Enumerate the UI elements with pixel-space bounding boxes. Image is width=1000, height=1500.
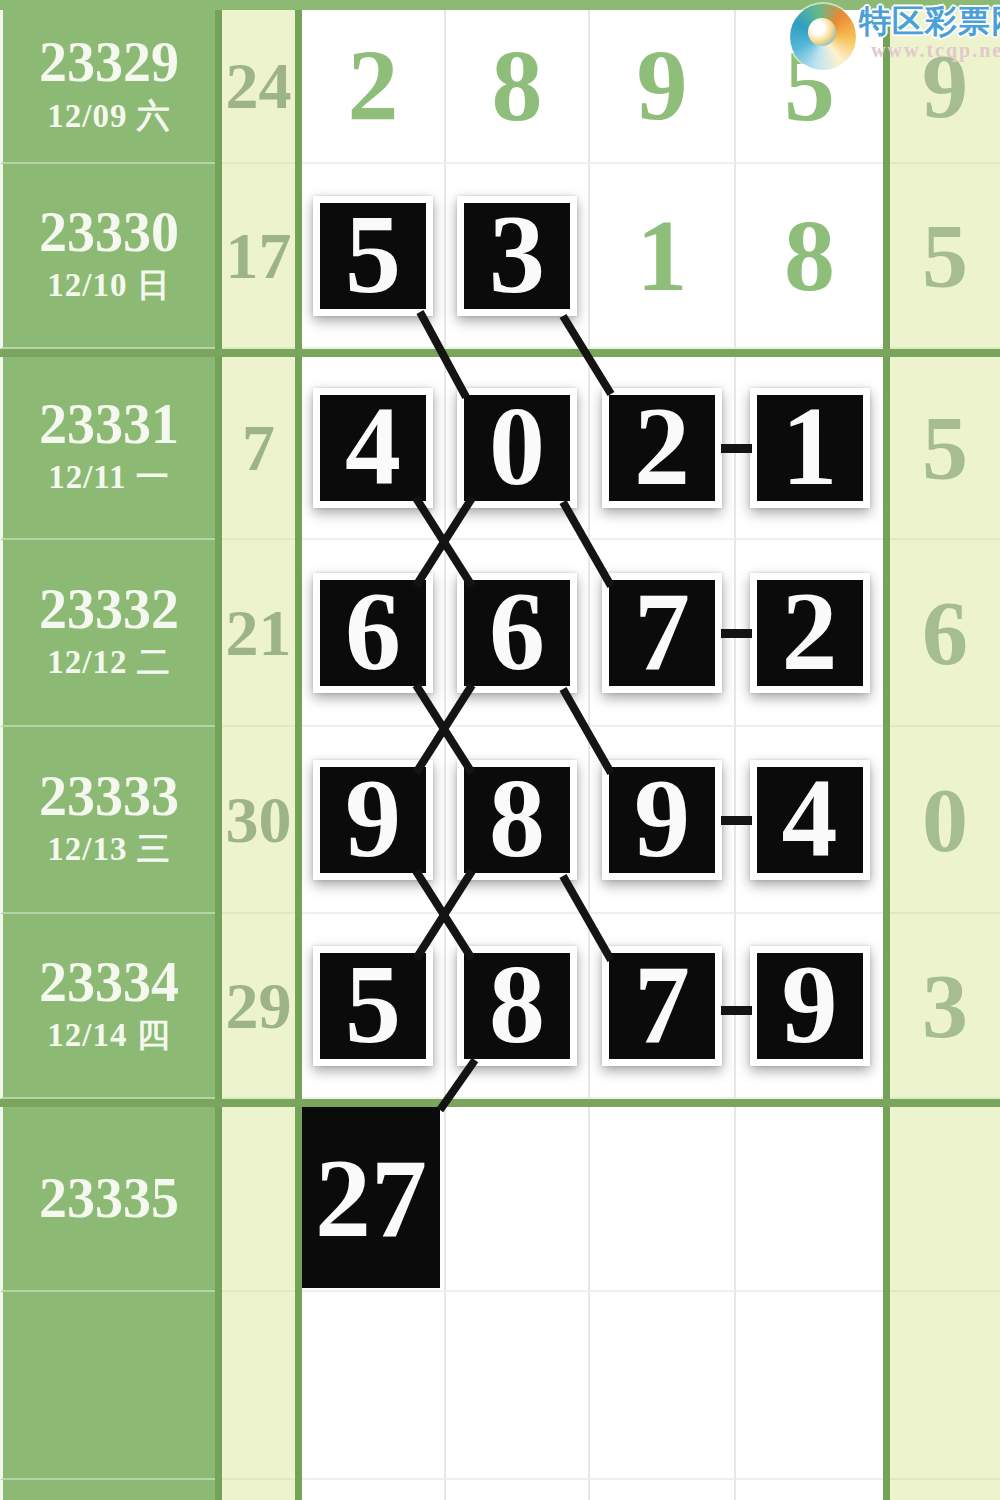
tail-value: 0 <box>922 767 968 873</box>
digit-cell: 27 <box>302 1107 446 1292</box>
tail-cell <box>890 1107 1000 1292</box>
column-divider <box>215 1480 222 1500</box>
group-separator <box>0 1099 1000 1107</box>
issue-number: 23330 <box>39 203 179 262</box>
digit-cell: 5 <box>302 914 446 1099</box>
table-row: 23333 12/13 三 30 9 8 9 4 0 <box>0 727 1000 914</box>
sum-value: 30 <box>226 782 292 858</box>
black-digit-tile: 9 <box>602 760 722 880</box>
digit-cell <box>446 1480 590 1500</box>
column-divider <box>295 1480 302 1500</box>
sum-value: 17 <box>226 218 292 294</box>
digit-cell: 6 <box>446 540 590 727</box>
column-divider <box>883 727 890 914</box>
column-divider <box>295 1292 302 1480</box>
digit-cell: 9 <box>302 727 446 914</box>
black-digit-tile: 4 <box>750 760 870 880</box>
column-divider <box>295 914 302 1099</box>
issue-cell: 23332 12/12 二 <box>0 540 215 727</box>
column-divider <box>215 357 222 540</box>
digit-cell: 8 <box>446 10 590 164</box>
digit-cell: 0 <box>446 357 590 540</box>
tail-cell <box>890 1480 1000 1500</box>
sum-cell: 7 <box>222 357 295 540</box>
digit-cell <box>590 1480 736 1500</box>
group-separator <box>0 349 1000 357</box>
black-digit-tile: 8 <box>457 760 577 880</box>
digit-cell: 7 <box>590 540 736 727</box>
black-digit-tile: 6 <box>457 573 577 693</box>
tail-value: 6 <box>922 580 968 686</box>
issue-cell <box>0 1480 215 1500</box>
issue-number: 23333 <box>39 767 179 826</box>
digit-cell: 6 <box>302 540 446 727</box>
column-divider <box>883 164 890 349</box>
table-row: 23334 12/14 四 29 5 8 7 9 3 <box>0 914 1000 1099</box>
issue-number: 23331 <box>39 395 179 454</box>
digit-value: 8 <box>492 35 543 137</box>
digit-value: 9 <box>637 35 688 137</box>
table-row: 23330 12/10 日 17 5 3 1 8 5 <box>0 164 1000 349</box>
sum-cell: 30 <box>222 727 295 914</box>
black-digit-tile: 2 <box>750 573 870 693</box>
table-row: 23332 12/12 二 21 6 6 7 2 6 <box>0 540 1000 727</box>
column-divider <box>295 1107 302 1292</box>
issue-date: 12/12 二 <box>47 640 170 685</box>
digit-value: 2 <box>348 35 399 137</box>
digit-cell: 4 <box>736 727 883 914</box>
digit-cell <box>736 1292 883 1480</box>
digit-cell: 4 <box>302 357 446 540</box>
column-divider <box>883 1480 890 1500</box>
table-row <box>0 1292 1000 1480</box>
tail-cell <box>890 1292 1000 1480</box>
black-digit-tile: 7 <box>602 946 722 1066</box>
issue-date: 12/09 六 <box>47 94 170 139</box>
digit-cell: 2 <box>302 10 446 164</box>
site-url: www.tcqp.net <box>859 39 1000 61</box>
black-digit-tile: 5 <box>313 946 433 1066</box>
site-watermark[interactable]: 特区彩票网 www.tcqp.net <box>790 4 1000 70</box>
column-divider <box>295 10 302 164</box>
column-divider <box>295 164 302 349</box>
tail-value: 5 <box>922 203 968 309</box>
digit-value: 1 <box>637 205 688 307</box>
issue-cell: 23330 12/10 日 <box>0 164 215 349</box>
digit-value: 8 <box>784 205 835 307</box>
sum-value: 29 <box>226 968 292 1044</box>
black-digit-tile: 8 <box>457 946 577 1066</box>
black-digit-tile: 4 <box>313 388 433 508</box>
tail-cell: 5 <box>890 164 1000 349</box>
issue-number: 23329 <box>39 33 179 92</box>
column-divider <box>215 1107 222 1292</box>
digit-cell: 8 <box>736 164 883 349</box>
digit-cell: 1 <box>590 164 736 349</box>
table-row: 23331 12/11 一 7 4 0 2 1 5 <box>0 357 1000 540</box>
digit-cell <box>302 1292 446 1480</box>
sum-cell <box>222 1107 295 1292</box>
tail-cell: 3 <box>890 914 1000 1099</box>
issue-date: 12/13 三 <box>47 827 170 872</box>
issue-cell: 23331 12/11 一 <box>0 357 215 540</box>
column-divider <box>215 914 222 1099</box>
digit-cell <box>302 1480 446 1500</box>
tail-value: 5 <box>922 395 968 501</box>
column-divider <box>295 357 302 540</box>
black-digit-tile: 6 <box>313 573 433 693</box>
site-logo-icon <box>790 4 856 70</box>
digit-cell <box>736 1480 883 1500</box>
table-row: 23335 27 <box>0 1107 1000 1292</box>
digit-cell: 9 <box>590 727 736 914</box>
column-divider <box>215 540 222 727</box>
sum-cell: 29 <box>222 914 295 1099</box>
sum-cell: 24 <box>222 10 295 164</box>
digit-cell: 3 <box>446 164 590 349</box>
column-divider <box>215 164 222 349</box>
digit-cell <box>590 1292 736 1480</box>
issue-number: 23334 <box>39 953 179 1012</box>
trend-chart-board: 23329 12/09 六 24 2 8 9 5 9 23330 12/10 日… <box>0 0 1000 1500</box>
column-divider <box>883 1292 890 1480</box>
black-digit-tile: 1 <box>750 388 870 508</box>
issue-date: 12/14 四 <box>47 1013 170 1058</box>
sum-value: 7 <box>242 410 275 486</box>
sum-cell <box>222 1480 295 1500</box>
black-digit-tile: 2 <box>602 388 722 508</box>
site-watermark-text: 特区彩票网 www.tcqp.net <box>859 4 1000 61</box>
black-prediction-tile: 27 <box>302 1107 440 1288</box>
column-divider <box>215 10 222 164</box>
digit-cell: 9 <box>736 914 883 1099</box>
sum-cell: 21 <box>222 540 295 727</box>
issue-number: 23335 <box>39 1169 179 1228</box>
column-divider <box>295 727 302 914</box>
issue-number: 23332 <box>39 580 179 639</box>
issue-cell: 23329 12/09 六 <box>0 10 215 164</box>
tail-cell: 0 <box>890 727 1000 914</box>
column-divider <box>883 540 890 727</box>
column-divider <box>883 357 890 540</box>
digit-cell: 2 <box>736 540 883 727</box>
digit-cell: 1 <box>736 357 883 540</box>
issue-cell: 23334 12/14 四 <box>0 914 215 1099</box>
digit-cell <box>590 1107 736 1292</box>
digit-cell: 2 <box>590 357 736 540</box>
column-divider <box>215 727 222 914</box>
black-digit-tile: 0 <box>457 388 577 508</box>
column-divider <box>295 540 302 727</box>
black-digit-tile: 5 <box>313 196 433 316</box>
tail-value: 3 <box>922 953 968 1059</box>
table-row <box>0 1480 1000 1500</box>
black-digit-tile: 9 <box>750 946 870 1066</box>
black-digit-tile: 7 <box>602 573 722 693</box>
digit-cell <box>736 1107 883 1292</box>
black-digit-tile: 9 <box>313 760 433 880</box>
tail-cell: 6 <box>890 540 1000 727</box>
sum-value: 24 <box>226 48 292 124</box>
sum-value: 21 <box>226 595 292 671</box>
tail-cell: 5 <box>890 357 1000 540</box>
column-divider <box>883 1107 890 1292</box>
digit-cell: 5 <box>302 164 446 349</box>
issue-cell: 23335 <box>0 1107 215 1292</box>
issue-cell <box>0 1292 215 1480</box>
sum-cell <box>222 1292 295 1480</box>
sum-cell: 17 <box>222 164 295 349</box>
digit-cell <box>446 1292 590 1480</box>
site-name: 特区彩票网 <box>859 4 1000 39</box>
black-digit-tile: 3 <box>457 196 577 316</box>
issue-date: 12/11 一 <box>48 455 170 500</box>
digit-cell: 7 <box>590 914 736 1099</box>
column-divider <box>215 1292 222 1480</box>
column-divider <box>883 914 890 1099</box>
digit-cell: 8 <box>446 727 590 914</box>
issue-cell: 23333 12/13 三 <box>0 727 215 914</box>
digit-cell: 9 <box>590 10 736 164</box>
digit-cell <box>446 1107 590 1292</box>
digit-cell: 8 <box>446 914 590 1099</box>
issue-date: 12/10 日 <box>47 263 170 308</box>
